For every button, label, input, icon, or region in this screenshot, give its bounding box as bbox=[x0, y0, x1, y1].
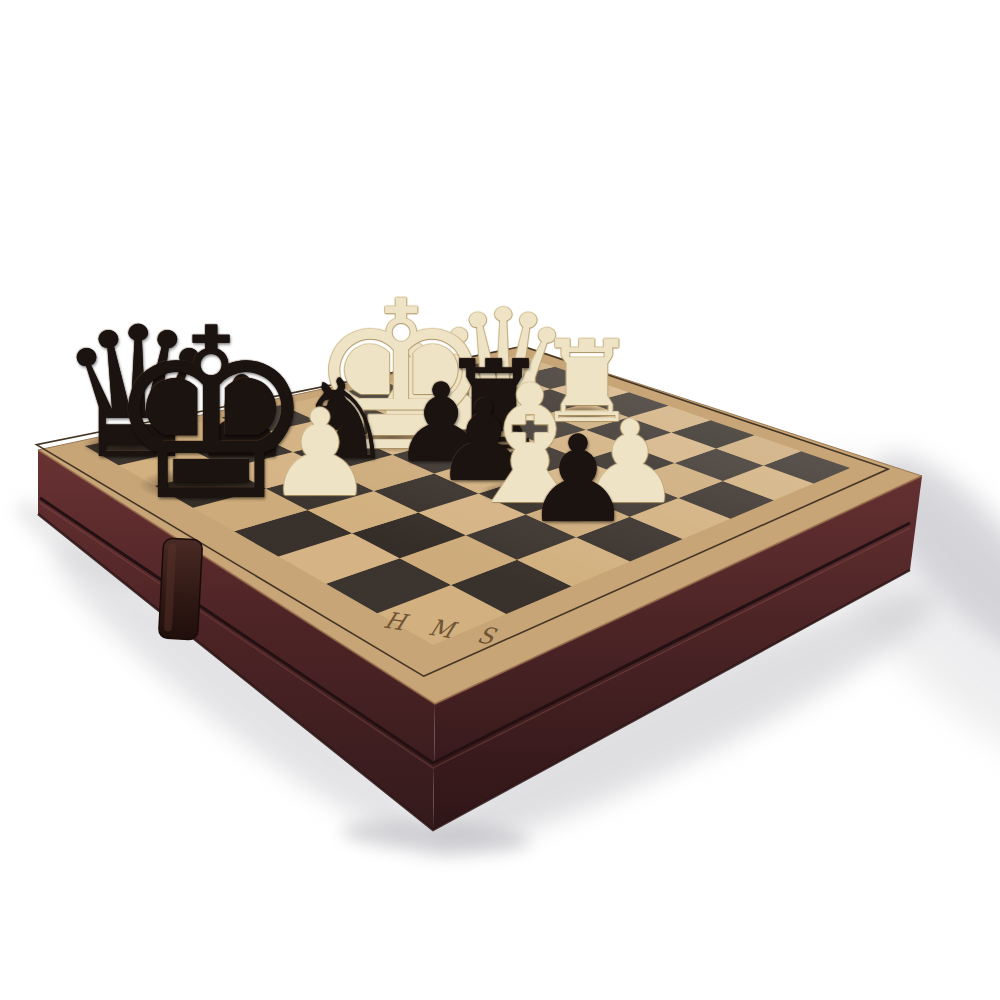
chess-board-box bbox=[0, 0, 1000, 1000]
product-photo-scene: ♟♛♜♟♚♜♛♟♞♟♟♚♟♝♟♟ H M S bbox=[0, 0, 1000, 1000]
clasp bbox=[158, 538, 202, 640]
